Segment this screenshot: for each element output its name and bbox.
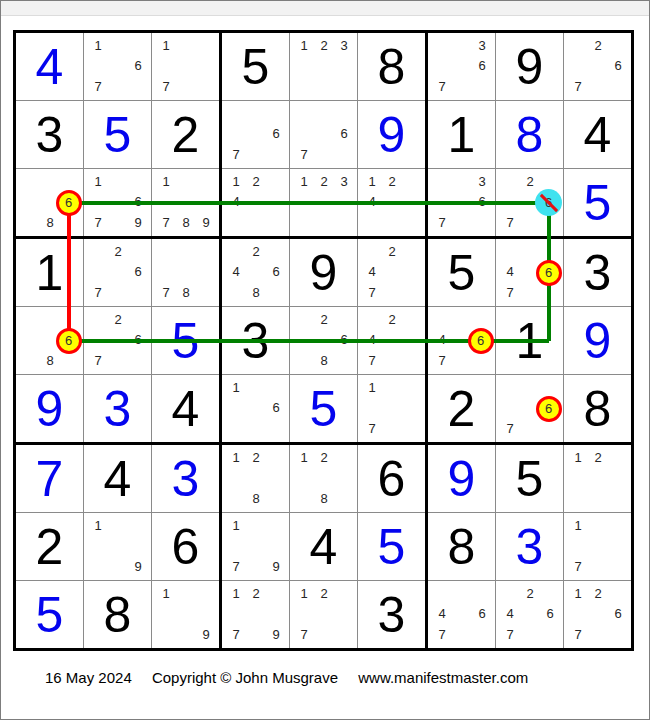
candidate-4 — [226, 536, 246, 557]
candidate-3 — [196, 583, 216, 604]
candidate-2 — [246, 377, 266, 398]
pencil-marks: 367 — [428, 169, 495, 236]
cell-r1c5[interactable]: 123 — [290, 33, 357, 100]
candidate-3 — [266, 377, 286, 398]
candidate-9: 9 — [266, 624, 286, 645]
cell-r7c5[interactable]: 128 — [290, 445, 357, 512]
candidate-6: 6 — [128, 262, 148, 283]
candidate-3 — [266, 515, 286, 536]
pencil-marks: 367 — [428, 33, 495, 100]
candidate-5 — [176, 262, 196, 283]
candidate-9 — [402, 282, 422, 303]
candidate-1 — [432, 309, 452, 330]
cell-r4c6[interactable]: 247 — [358, 239, 425, 306]
cell-r3c6[interactable]: 124 — [358, 169, 425, 236]
circled-candidate: 6 — [65, 333, 72, 348]
cell-r2c1[interactable]: 3 — [16, 101, 83, 168]
pencil-marks: 19 — [84, 513, 151, 580]
candidate-7: 7 — [432, 76, 452, 97]
candidate-5 — [314, 124, 334, 145]
candidate-4 — [294, 56, 314, 77]
cell-r7c6[interactable]: 6 — [358, 445, 425, 512]
given-digit: 4 — [290, 513, 357, 580]
candidate-1: 1 — [226, 171, 246, 192]
candidate-3 — [472, 583, 492, 604]
cell-r5c6[interactable]: 247 — [358, 307, 425, 374]
cell-r1c7[interactable]: 367 — [428, 33, 495, 100]
pencil-marks: 67 — [290, 101, 357, 168]
candidate-7 — [20, 350, 40, 371]
cell-r7c3[interactable]: 3 — [152, 445, 219, 512]
pencil-marks: 16 — [222, 375, 289, 442]
candidate-3 — [402, 241, 422, 262]
candidate-7: 7 — [362, 418, 382, 439]
candidate-4 — [226, 124, 246, 145]
candidate-3 — [334, 583, 354, 604]
candidate-7: 7 — [568, 76, 588, 97]
cell-r6c8[interactable]: 676 — [496, 375, 563, 442]
candidate-6: 6 — [266, 124, 286, 145]
candidate-4 — [362, 398, 382, 419]
candidate-1: 1 — [294, 171, 314, 192]
candidate-2: 2 — [108, 309, 128, 330]
cell-r6c7[interactable]: 2 — [428, 375, 495, 442]
candidate-8 — [452, 76, 472, 97]
candidate-1: 1 — [156, 35, 176, 56]
candidate-4 — [500, 192, 520, 213]
cell-r1c2[interactable]: 167 — [84, 33, 151, 100]
cell-r4c4[interactable]: 2468 — [222, 239, 289, 306]
candidate-2: 2 — [314, 447, 334, 468]
candidate-4 — [568, 56, 588, 77]
solved-digit: 5 — [152, 307, 219, 374]
cell-r8c1[interactable]: 2 — [16, 513, 83, 580]
candidate-5 — [176, 192, 196, 213]
solved-digit: 4 — [16, 33, 83, 100]
candidate-2: 2 — [382, 241, 402, 262]
chain-node-circle: 6 — [56, 190, 82, 216]
candidate-4 — [88, 262, 108, 283]
given-digit: 2 — [16, 513, 83, 580]
cell-r9c4[interactable]: 1279 — [222, 581, 289, 648]
candidate-4 — [500, 398, 520, 419]
candidate-6: 6 — [608, 604, 628, 625]
candidate-2 — [40, 171, 60, 192]
candidate-8 — [246, 212, 266, 233]
candidate-8: 8 — [246, 488, 266, 509]
candidate-7: 7 — [156, 76, 176, 97]
candidate-7: 7 — [432, 350, 452, 371]
candidate-6: 6 — [608, 56, 628, 77]
candidate-1 — [20, 309, 40, 330]
cell-r5c5[interactable]: 268 — [290, 307, 357, 374]
candidate-2 — [40, 309, 60, 330]
cell-r2c2[interactable]: 5 — [84, 101, 151, 168]
cell-r1c4[interactable]: 5 — [222, 33, 289, 100]
candidate-9 — [266, 418, 286, 439]
cell-r6c6[interactable]: 17 — [358, 375, 425, 442]
candidate-7: 7 — [362, 350, 382, 371]
cell-r8c9[interactable]: 17 — [564, 513, 631, 580]
candidate-8 — [176, 76, 196, 97]
cell-r8c7[interactable]: 8 — [428, 513, 495, 580]
candidate-6 — [402, 262, 422, 283]
pencil-marks: 17 — [358, 375, 425, 442]
candidate-8 — [588, 76, 608, 97]
candidate-7 — [226, 488, 246, 509]
pencil-marks: 127 — [290, 581, 357, 648]
candidate-3 — [266, 241, 286, 262]
cell-r5c3[interactable]: 5 — [152, 307, 219, 374]
cell-r9c7[interactable]: 467 — [428, 581, 495, 648]
candidate-3: 3 — [472, 171, 492, 192]
pencil-marks: 247 — [358, 307, 425, 374]
candidate-7 — [20, 212, 40, 233]
candidate-7 — [362, 212, 382, 233]
given-digit: 5 — [222, 33, 289, 100]
footer: 16 May 2024 Copyright © John Musgrave ww… — [45, 669, 544, 686]
candidate-9 — [128, 76, 148, 97]
candidate-8 — [382, 418, 402, 439]
cell-r3c1[interactable]: 686 — [16, 169, 83, 236]
given-digit: 1 — [16, 239, 83, 306]
cell-r5c7[interactable]: 4676 — [428, 307, 495, 374]
cell-r6c2[interactable]: 3 — [84, 375, 151, 442]
candidate-9 — [334, 624, 354, 645]
pencil-marks: 78 — [152, 239, 219, 306]
candidate-1 — [20, 171, 40, 192]
candidate-4 — [20, 192, 40, 213]
cell-r8c6[interactable]: 5 — [358, 513, 425, 580]
given-digit: 5 — [496, 445, 563, 512]
cell-r3c2[interactable]: 1679 — [84, 169, 151, 236]
candidate-7: 7 — [500, 624, 520, 645]
given-digit: 8 — [358, 33, 425, 100]
candidate-2 — [246, 515, 266, 536]
cell-r6c1[interactable]: 9 — [16, 375, 83, 442]
candidate-7: 7 — [500, 212, 520, 233]
candidate-7: 7 — [294, 144, 314, 165]
candidate-1: 1 — [226, 583, 246, 604]
solved-digit: 5 — [358, 513, 425, 580]
cell-r3c8[interactable]: 2676 — [496, 169, 563, 236]
cell-r9c9[interactable]: 1267 — [564, 581, 631, 648]
candidate-7: 7 — [88, 76, 108, 97]
candidate-2: 2 — [314, 35, 334, 56]
candidate-5 — [108, 330, 128, 351]
candidate-1: 1 — [294, 583, 314, 604]
cell-r2c5[interactable]: 67 — [290, 101, 357, 168]
candidate-2 — [520, 377, 540, 398]
candidate-7 — [294, 488, 314, 509]
candidate-1 — [88, 309, 108, 330]
cell-r5c1[interactable]: 686 — [16, 307, 83, 374]
cell-r2c9[interactable]: 4 — [564, 101, 631, 168]
solved-digit: 5 — [564, 169, 631, 236]
candidate-2 — [176, 171, 196, 192]
given-digit: 3 — [16, 101, 83, 168]
cell-r6c3[interactable]: 4 — [152, 375, 219, 442]
box-5: 24689247326824716517 — [222, 239, 425, 442]
candidate-5 — [382, 192, 402, 213]
cell-r4c3[interactable]: 78 — [152, 239, 219, 306]
candidate-8 — [108, 556, 128, 577]
circled-candidate: 6 — [545, 265, 552, 280]
cell-r1c8[interactable]: 9 — [496, 33, 563, 100]
candidate-6 — [196, 604, 216, 625]
candidate-7 — [294, 212, 314, 233]
cell-r8c8[interactable]: 3 — [496, 513, 563, 580]
candidate-7 — [568, 488, 588, 509]
candidate-6 — [334, 192, 354, 213]
solved-digit: 7 — [16, 445, 83, 512]
candidate-3 — [608, 447, 628, 468]
cell-r9c3[interactable]: 19 — [152, 581, 219, 648]
pencil-marks: 1789 — [152, 169, 219, 236]
candidate-7: 7 — [432, 624, 452, 645]
candidate-7 — [156, 624, 176, 645]
candidate-8 — [108, 350, 128, 371]
candidate-4 — [156, 262, 176, 283]
candidate-7: 7 — [362, 282, 382, 303]
pencil-marks: 123 — [290, 169, 357, 236]
candidate-6 — [402, 330, 422, 351]
solved-digit: 5 — [290, 375, 357, 442]
candidate-5 — [246, 398, 266, 419]
candidate-9 — [266, 488, 286, 509]
cell-r1c3[interactable]: 17 — [152, 33, 219, 100]
candidate-5 — [520, 604, 540, 625]
cell-r7c9[interactable]: 12 — [564, 445, 631, 512]
candidate-1 — [432, 171, 452, 192]
chain-node-circle: 6 — [56, 328, 82, 354]
solved-digit: 3 — [496, 513, 563, 580]
pencil-marks: 247 — [358, 239, 425, 306]
candidate-9 — [196, 76, 216, 97]
candidate-6: 6 — [472, 604, 492, 625]
candidate-9 — [334, 144, 354, 165]
candidate-9 — [472, 76, 492, 97]
candidate-4 — [88, 330, 108, 351]
cell-r2c4[interactable]: 67 — [222, 101, 289, 168]
candidate-2 — [452, 583, 472, 604]
cell-r2c3[interactable]: 2 — [152, 101, 219, 168]
candidate-1: 1 — [88, 171, 108, 192]
cell-r8c5[interactable]: 4 — [290, 513, 357, 580]
candidate-5 — [246, 536, 266, 557]
candidate-3 — [402, 171, 422, 192]
candidate-2 — [452, 35, 472, 56]
cell-r3c3[interactable]: 1789 — [152, 169, 219, 236]
cell-r4c5[interactable]: 9 — [290, 239, 357, 306]
candidate-7: 7 — [500, 418, 520, 439]
candidate-1 — [432, 35, 452, 56]
candidate-5 — [452, 192, 472, 213]
candidate-8 — [314, 76, 334, 97]
candidate-2 — [108, 35, 128, 56]
candidate-8 — [314, 212, 334, 233]
pencil-marks: 267 — [84, 307, 151, 374]
candidate-3 — [540, 583, 560, 604]
candidate-5 — [314, 192, 334, 213]
candidate-5 — [176, 604, 196, 625]
cell-r9c5[interactable]: 127 — [290, 581, 357, 648]
given-digit: 8 — [84, 581, 151, 648]
given-digit: 1 — [428, 101, 495, 168]
candidate-4 — [568, 468, 588, 489]
candidate-3 — [540, 241, 560, 262]
cell-r4c2[interactable]: 267 — [84, 239, 151, 306]
cell-r4c1[interactable]: 1 — [16, 239, 83, 306]
candidate-2: 2 — [314, 309, 334, 330]
cell-r4c9[interactable]: 3 — [564, 239, 631, 306]
candidate-2 — [108, 515, 128, 536]
candidate-8 — [588, 556, 608, 577]
cell-r8c3[interactable]: 6 — [152, 513, 219, 580]
candidate-9: 9 — [196, 212, 216, 233]
candidate-6: 6 — [472, 56, 492, 77]
given-digit: 8 — [428, 513, 495, 580]
candidate-9 — [196, 282, 216, 303]
candidate-2 — [176, 241, 196, 262]
cell-r2c8[interactable]: 8 — [496, 101, 563, 168]
candidate-2 — [382, 377, 402, 398]
candidate-5 — [314, 604, 334, 625]
cell-r1c6[interactable]: 8 — [358, 33, 425, 100]
cell-r5c4[interactable]: 3 — [222, 307, 289, 374]
candidate-7 — [226, 212, 246, 233]
candidate-7: 7 — [156, 282, 176, 303]
cell-r7c4[interactable]: 128 — [222, 445, 289, 512]
candidate-7: 7 — [226, 624, 246, 645]
cell-r7c1[interactable]: 7 — [16, 445, 83, 512]
candidate-7 — [226, 418, 246, 439]
cell-r5c9[interactable]: 9 — [564, 307, 631, 374]
cell-r9c8[interactable]: 2467 — [496, 581, 563, 648]
cell-r2c6[interactable]: 9 — [358, 101, 425, 168]
candidate-7: 7 — [88, 212, 108, 233]
candidate-9: 9 — [196, 624, 216, 645]
candidate-3 — [196, 241, 216, 262]
candidate-9 — [540, 624, 560, 645]
cell-r5c8[interactable]: 1 — [496, 307, 563, 374]
cell-r3c9[interactable]: 5 — [564, 169, 631, 236]
cell-r8c2[interactable]: 19 — [84, 513, 151, 580]
candidate-1 — [362, 309, 382, 330]
box-9: 9512831746724671267 — [428, 445, 631, 648]
given-digit: 3 — [564, 239, 631, 306]
candidate-8: 8 — [314, 488, 334, 509]
candidate-9 — [334, 488, 354, 509]
candidate-8 — [314, 624, 334, 645]
cell-r7c7[interactable]: 9 — [428, 445, 495, 512]
candidate-6 — [608, 468, 628, 489]
cell-r6c4[interactable]: 16 — [222, 375, 289, 442]
pencil-marks: 123 — [290, 33, 357, 100]
cell-r4c8[interactable]: 4676 — [496, 239, 563, 306]
candidate-7 — [88, 556, 108, 577]
cell-r1c9[interactable]: 267 — [564, 33, 631, 100]
candidate-7 — [294, 350, 314, 371]
candidate-1: 1 — [156, 171, 176, 192]
candidate-6: 6 — [472, 192, 492, 213]
candidate-1: 1 — [362, 171, 382, 192]
candidate-7: 7 — [88, 350, 108, 371]
candidate-8 — [588, 488, 608, 509]
candidate-5 — [108, 192, 128, 213]
cell-r3c4[interactable]: 124 — [222, 169, 289, 236]
candidate-8: 8 — [314, 350, 334, 371]
candidate-1: 1 — [226, 515, 246, 536]
given-digit: 4 — [84, 445, 151, 512]
candidate-7 — [226, 282, 246, 303]
candidate-3 — [334, 447, 354, 468]
given-digit: 2 — [152, 101, 219, 168]
candidate-5 — [588, 536, 608, 557]
pencil-marks: 1267 — [564, 581, 631, 648]
candidate-4 — [156, 192, 176, 213]
footer-copyright: Copyright © John Musgrave — [152, 669, 338, 686]
candidate-4 — [432, 56, 452, 77]
cell-r7c2[interactable]: 4 — [84, 445, 151, 512]
pencil-marks: 124 — [222, 169, 289, 236]
candidate-6: 6 — [334, 124, 354, 145]
candidate-1 — [500, 171, 520, 192]
candidate-5 — [246, 468, 266, 489]
candidate-8 — [520, 282, 540, 303]
cell-r3c5[interactable]: 123 — [290, 169, 357, 236]
cell-r6c5[interactable]: 5 — [290, 375, 357, 442]
candidate-9 — [128, 282, 148, 303]
candidate-5 — [246, 604, 266, 625]
candidate-1: 1 — [362, 377, 382, 398]
candidate-5 — [108, 536, 128, 557]
footer-site: www.manifestmaster.com — [358, 669, 528, 686]
cell-r9c6[interactable]: 3 — [358, 581, 425, 648]
given-digit: 5 — [428, 239, 495, 306]
candidate-1: 1 — [568, 447, 588, 468]
candidate-8 — [520, 624, 540, 645]
cell-r8c4[interactable]: 179 — [222, 513, 289, 580]
candidate-4 — [88, 536, 108, 557]
cell-r4c7[interactable]: 5 — [428, 239, 495, 306]
cell-r9c1[interactable]: 5 — [16, 581, 83, 648]
candidate-5 — [382, 330, 402, 351]
pencil-marks: 268 — [290, 307, 357, 374]
given-digit: 6 — [152, 513, 219, 580]
candidate-2: 2 — [246, 447, 266, 468]
candidate-5 — [314, 330, 334, 351]
candidate-6 — [334, 468, 354, 489]
cell-r2c7[interactable]: 1 — [428, 101, 495, 168]
cell-r9c2[interactable]: 8 — [84, 581, 151, 648]
cell-r6c9[interactable]: 8 — [564, 375, 631, 442]
cell-r7c8[interactable]: 5 — [496, 445, 563, 512]
candidate-3 — [196, 35, 216, 56]
cell-r1c1[interactable]: 4 — [16, 33, 83, 100]
candidate-3 — [402, 377, 422, 398]
cell-r5c2[interactable]: 267 — [84, 307, 151, 374]
solved-digit: 3 — [152, 445, 219, 512]
candidate-6 — [402, 398, 422, 419]
pencil-marks: 1279 — [222, 581, 289, 648]
candidate-4 — [226, 604, 246, 625]
given-digit: 3 — [222, 307, 289, 374]
candidate-9 — [472, 624, 492, 645]
candidate-6: 6 — [266, 398, 286, 419]
cell-r3c7[interactable]: 367 — [428, 169, 495, 236]
candidate-5 — [246, 192, 266, 213]
